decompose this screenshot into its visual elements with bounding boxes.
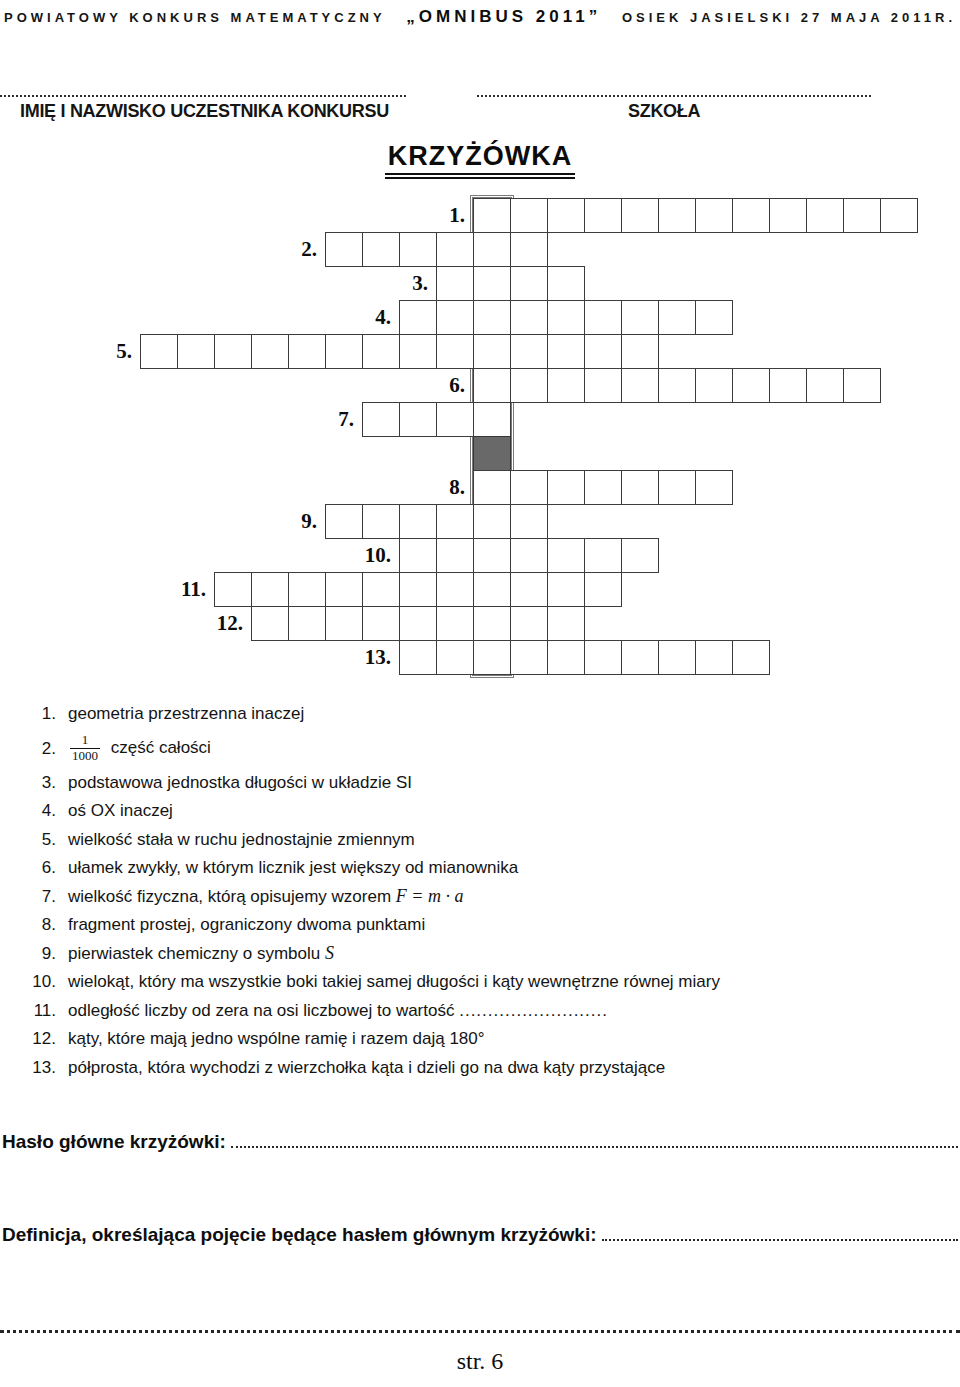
clue-number: 9. [24, 944, 56, 964]
definicja-answer-line[interactable] [602, 1225, 958, 1241]
crossword-row [399, 300, 732, 335]
clue-item: 4.oś OX inaczej [24, 797, 954, 826]
crossword-cell[interactable] [436, 606, 474, 641]
clue-item: 13.półprosta, która wychodzi z wierzchoł… [24, 1054, 954, 1083]
clue-number: 8. [24, 915, 56, 935]
crossword-cell[interactable] [140, 334, 178, 369]
row-label: 6. [409, 372, 465, 398]
crossword-cell[interactable] [547, 334, 585, 369]
crossword-cell[interactable] [362, 232, 400, 267]
crossword-cell[interactable] [214, 334, 252, 369]
crossword-cell[interactable] [695, 368, 733, 403]
clue-item: 6.ułamek zwykły, w którym licznik jest w… [24, 854, 954, 883]
crossword-cell[interactable] [547, 640, 585, 675]
clue-item: 3.podstawowa jednostka długości w układz… [24, 769, 954, 798]
crossword-cell[interactable] [584, 334, 622, 369]
row-label: 2. [261, 236, 317, 262]
crossword-cell[interactable] [547, 300, 585, 335]
crossword-cell[interactable] [251, 606, 289, 641]
crossword-cell[interactable] [473, 266, 511, 301]
crossword-cell[interactable] [399, 504, 437, 539]
math-formula: S [325, 943, 334, 963]
crossword-cell[interactable] [510, 504, 548, 539]
crossword-cell[interactable] [399, 640, 437, 675]
clue-number: 7. [24, 887, 56, 907]
crossword-row [399, 640, 769, 675]
crossword-cell[interactable] [362, 334, 400, 369]
crossword-cell[interactable] [621, 368, 659, 403]
crossword-cell[interactable] [510, 572, 548, 607]
clue-number: 13. [24, 1058, 56, 1078]
clue-text: oś OX inaczej [68, 801, 954, 821]
clue-item: 7.wielkość fizyczna, którą opisujemy wzo… [24, 883, 954, 912]
clue-text: fragment prostej, ograniczony dwoma punk… [68, 915, 954, 935]
crossword-cell[interactable] [399, 402, 437, 437]
row-label: 1. [409, 202, 465, 228]
crossword-cell[interactable] [436, 538, 474, 573]
clue-number: 6. [24, 858, 56, 878]
clue-item: 1.geometria przestrzenna inaczej [24, 700, 954, 729]
crossword-cell[interactable] [251, 334, 289, 369]
haslo-label: Hasło główne krzyżówki: [2, 1131, 226, 1153]
blocked-cell [473, 436, 511, 471]
crossword-cell[interactable] [510, 334, 548, 369]
crossword-row [214, 572, 621, 607]
crossword-cell[interactable] [473, 470, 511, 505]
page-number: str. 6 [0, 1348, 960, 1375]
crossword-cell[interactable] [510, 266, 548, 301]
crossword-cell[interactable] [584, 300, 622, 335]
fraction-numerator: 1 [70, 733, 100, 749]
crossword-cell[interactable] [473, 538, 511, 573]
clue-number: 11. [24, 1001, 56, 1021]
crossword-cell[interactable] [473, 198, 511, 233]
crossword-cell[interactable] [584, 198, 622, 233]
crossword-cell[interactable] [769, 368, 807, 403]
crossword-cell[interactable] [510, 300, 548, 335]
clue-item: 2.11000 część całości [24, 729, 954, 769]
crossword-cell[interactable] [584, 368, 622, 403]
crossword-cell[interactable] [547, 606, 585, 641]
clue-number: 3. [24, 773, 56, 793]
crossword-cell[interactable] [843, 368, 881, 403]
clue-number: 5. [24, 830, 56, 850]
clue-text: ułamek zwykły, w którym licznik jest wię… [68, 858, 954, 878]
crossword-cell[interactable] [547, 470, 585, 505]
crossword-cell[interactable] [658, 300, 696, 335]
clue-item: 9.pierwiastek chemiczny o symbolu S [24, 940, 954, 969]
crossword-cell[interactable] [658, 640, 696, 675]
crossword-cell[interactable] [288, 334, 326, 369]
crossword-cell[interactable] [399, 334, 437, 369]
crossword-cell[interactable] [473, 504, 511, 539]
crossword-cell[interactable] [362, 572, 400, 607]
crossword-cell[interactable] [584, 572, 622, 607]
math-formula: F = m · a [396, 886, 464, 906]
crossword-cell[interactable] [436, 402, 474, 437]
clue-text: kąty, które mają jedno wspólne ramię i r… [68, 1029, 954, 1049]
crossword-cell[interactable] [473, 232, 511, 267]
row-label: 4. [335, 304, 391, 330]
fraction-denominator: 1000 [70, 749, 100, 764]
clue-text: 11000 część całości [68, 733, 954, 764]
crossword-cell[interactable] [325, 504, 363, 539]
clue-text: wielokąt, który ma wszystkie boki takiej… [68, 972, 954, 992]
crossword-cell[interactable] [510, 470, 548, 505]
crossword-cell[interactable] [510, 640, 548, 675]
clue-text: półprosta, która wychodzi z wierzchołka … [68, 1058, 954, 1078]
crossword-cell[interactable] [658, 470, 696, 505]
crossword-cell[interactable] [621, 300, 659, 335]
crossword-cell[interactable] [621, 640, 659, 675]
crossword-cell[interactable] [658, 198, 696, 233]
clue-item: 5.wielkość stała w ruchu jednostajnie zm… [24, 826, 954, 855]
crossword-row [325, 232, 547, 267]
row-label: 12. [187, 610, 243, 636]
clue-number: 1. [24, 704, 56, 724]
crossword-cell[interactable] [584, 538, 622, 573]
clue-text: podstawowa jednostka długości w układzie… [68, 773, 954, 793]
crossword-cell[interactable] [880, 198, 918, 233]
row-label: 3. [372, 270, 428, 296]
definicja-row: Definicja, określająca pojęcie będące ha… [2, 1224, 958, 1246]
crossword-row [251, 606, 584, 641]
crossword-grid: 1.2.3.4.5.6.7.8.9.10.11.12.13. [0, 0, 960, 700]
crossword-row [473, 436, 510, 471]
haslo-row: Hasło główne krzyżówki: [2, 1131, 958, 1153]
clue-item: 12.kąty, które mają jedno wspólne ramię … [24, 1025, 954, 1054]
crossword-cell[interactable] [510, 198, 548, 233]
crossword-cell[interactable] [362, 606, 400, 641]
crossword-cell[interactable] [621, 198, 659, 233]
row-label: 10. [335, 542, 391, 568]
crossword-cell[interactable] [251, 572, 289, 607]
crossword-row [362, 402, 510, 437]
crossword-row [325, 504, 547, 539]
clue-text: odległość liczby od zera na osi liczbowe… [68, 1001, 954, 1021]
crossword-cell[interactable] [806, 368, 844, 403]
crossword-cell[interactable] [769, 198, 807, 233]
crossword-cell[interactable] [399, 572, 437, 607]
crossword-row [473, 470, 732, 505]
crossword-cell[interactable] [399, 538, 437, 573]
crossword-cell[interactable] [843, 198, 881, 233]
crossword-cell[interactable] [436, 640, 474, 675]
fill-in-dots[interactable]: .......................... [459, 1001, 608, 1020]
crossword-row [473, 198, 917, 233]
crossword-cell[interactable] [510, 538, 548, 573]
row-label: 5. [76, 338, 132, 364]
row-label: 8. [409, 474, 465, 500]
clue-text: wielkość fizyczna, którą opisujemy wzore… [68, 886, 954, 907]
crossword-cell[interactable] [510, 606, 548, 641]
crossword-cell[interactable] [325, 606, 363, 641]
crossword-row [473, 368, 880, 403]
crossword-cell[interactable] [547, 368, 585, 403]
row-label: 7. [298, 406, 354, 432]
crossword-cell[interactable] [547, 538, 585, 573]
clue-number: 10. [24, 972, 56, 992]
crossword-cell[interactable] [362, 402, 400, 437]
crossword-cell[interactable] [584, 640, 622, 675]
crossword-cell[interactable] [473, 300, 511, 335]
crossword-cell[interactable] [547, 266, 585, 301]
crossword-cell[interactable] [473, 572, 511, 607]
fraction-one-over-thousand: 11000 [70, 733, 100, 764]
crossword-cell[interactable] [695, 300, 733, 335]
clue-item: 10.wielokąt, który ma wszystkie boki tak… [24, 968, 954, 997]
worksheet-page: POWIATOWY KONKURS MATEMATYCZNY „OMNIBUS … [0, 0, 960, 1387]
haslo-answer-line[interactable] [231, 1132, 958, 1148]
crossword-cell[interactable] [325, 232, 363, 267]
crossword-cell[interactable] [695, 470, 733, 505]
crossword-cell[interactable] [695, 198, 733, 233]
crossword-cell[interactable] [473, 606, 511, 641]
row-label: 11. [150, 576, 206, 602]
crossword-cell[interactable] [362, 504, 400, 539]
clue-text: wielkość stała w ruchu jednostajnie zmie… [68, 830, 954, 850]
crossword-row [436, 266, 584, 301]
clue-item: 8.fragment prostej, ograniczony dwoma pu… [24, 911, 954, 940]
clue-list: 1.geometria przestrzenna inaczej2.11000 … [24, 700, 954, 1082]
definition-continuation-line[interactable] [0, 1318, 960, 1333]
crossword-cell[interactable] [695, 640, 733, 675]
crossword-cell[interactable] [325, 572, 363, 607]
clue-item: 11.odległość liczby od zera na osi liczb… [24, 997, 954, 1026]
crossword-cell[interactable] [732, 368, 770, 403]
crossword-cell[interactable] [436, 232, 474, 267]
crossword-cell[interactable] [732, 640, 770, 675]
crossword-cell[interactable] [621, 470, 659, 505]
crossword-cell[interactable] [325, 334, 363, 369]
crossword-cell[interactable] [621, 538, 659, 573]
crossword-cell[interactable] [288, 572, 326, 607]
crossword-cell[interactable] [473, 402, 511, 437]
definicja-label: Definicja, określająca pojęcie będące ha… [2, 1224, 597, 1246]
crossword-cell[interactable] [473, 368, 511, 403]
crossword-cell[interactable] [177, 334, 215, 369]
clue-number: 2. [24, 739, 56, 759]
crossword-cell[interactable] [436, 266, 474, 301]
crossword-cell[interactable] [399, 606, 437, 641]
crossword-cell[interactable] [732, 198, 770, 233]
crossword-cell[interactable] [288, 606, 326, 641]
crossword-cell[interactable] [547, 572, 585, 607]
crossword-cell[interactable] [621, 334, 659, 369]
clue-number: 4. [24, 801, 56, 821]
crossword-cell[interactable] [510, 368, 548, 403]
clue-text: geometria przestrzenna inaczej [68, 704, 954, 724]
clue-text: pierwiastek chemiczny o symbolu S [68, 943, 954, 964]
crossword-cell[interactable] [436, 572, 474, 607]
clue-number: 12. [24, 1029, 56, 1049]
crossword-row [399, 538, 658, 573]
crossword-cell[interactable] [436, 300, 474, 335]
crossword-cell[interactable] [658, 368, 696, 403]
crossword-cell[interactable] [473, 334, 511, 369]
crossword-row [140, 334, 658, 369]
crossword-cell[interactable] [510, 232, 548, 267]
crossword-cell[interactable] [399, 232, 437, 267]
crossword-cell[interactable] [584, 470, 622, 505]
crossword-cell[interactable] [399, 300, 437, 335]
row-label: 13. [335, 644, 391, 670]
crossword-cell[interactable] [547, 198, 585, 233]
crossword-cell[interactable] [473, 640, 511, 675]
row-label: 9. [261, 508, 317, 534]
crossword-cell[interactable] [806, 198, 844, 233]
crossword-cell[interactable] [214, 572, 252, 607]
crossword-cell[interactable] [436, 504, 474, 539]
crossword-cell[interactable] [436, 334, 474, 369]
